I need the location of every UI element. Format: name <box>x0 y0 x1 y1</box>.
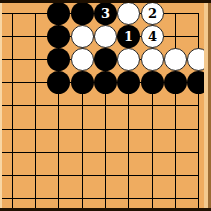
white-stone <box>71 48 94 71</box>
black-stone <box>47 2 70 25</box>
black-stone <box>71 71 94 94</box>
black-stone <box>71 2 94 25</box>
white-stone <box>94 25 117 48</box>
grid-vline <box>175 13 176 208</box>
black-stone <box>47 25 70 48</box>
white-stone-move-2: 2 <box>141 2 164 25</box>
grid-hline <box>2 105 199 106</box>
white-stone <box>141 48 164 71</box>
white-stone <box>164 48 187 71</box>
grid-vline <box>12 13 13 208</box>
grid-vline <box>35 13 36 208</box>
black-stone <box>94 48 117 71</box>
grid-hline <box>2 198 199 199</box>
black-stone-move-3: 3 <box>94 2 117 25</box>
black-stone <box>141 71 164 94</box>
white-stone <box>117 48 140 71</box>
black-stone <box>47 71 70 94</box>
black-stone <box>117 71 140 94</box>
black-stone <box>164 71 187 94</box>
black-stone-move-1: 1 <box>117 25 140 48</box>
white-stone <box>71 25 94 48</box>
go-board-diagram: 3214 <box>0 0 211 211</box>
board-top-edge-line <box>0 0 211 3</box>
grid-hline <box>2 129 199 130</box>
board-right-edge-line <box>208 0 211 211</box>
grid-hline <box>2 152 199 153</box>
grid-hline <box>2 175 199 176</box>
white-stone <box>117 2 140 25</box>
black-stone <box>47 48 70 71</box>
black-stone <box>94 71 117 94</box>
grid-vline <box>198 13 199 208</box>
white-stone-move-4: 4 <box>141 25 164 48</box>
board-left-edge-bevel <box>0 0 2 211</box>
board-bottom-edge-line <box>0 208 211 211</box>
